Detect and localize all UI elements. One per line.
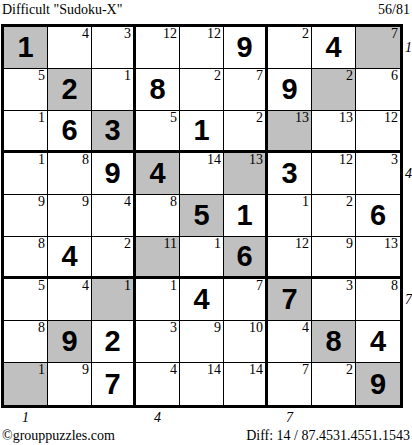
cell-r8c9[interactable]: 4 xyxy=(356,321,400,363)
cell-r4c4[interactable]: 4 xyxy=(136,153,180,195)
cell-r5c9[interactable]: 6 xyxy=(356,195,400,237)
cell-r4c9[interactable]: 3 xyxy=(356,153,400,195)
cell-r4c5[interactable]: 14 xyxy=(180,153,224,195)
cell-r8c7[interactable]: 4 xyxy=(268,321,312,363)
cell-r1c4[interactable]: 12 xyxy=(136,27,180,69)
sudoku-board: 1431212924752182792616351213131218941413… xyxy=(1,24,403,408)
cell-r2c3[interactable]: 1 xyxy=(92,69,136,111)
cell-r9c5[interactable]: 14 xyxy=(180,363,224,405)
cell-r6c6[interactable]: 6 xyxy=(224,237,268,279)
cell-r8c1[interactable]: 8 xyxy=(4,321,48,363)
cell-r7c5[interactable]: 4 xyxy=(180,279,224,321)
digit: 9 xyxy=(356,363,400,405)
cell-r9c6[interactable]: 14 xyxy=(224,363,268,405)
step-number: 3 xyxy=(346,278,353,294)
cell-r4c2[interactable]: 8 xyxy=(48,153,92,195)
step-number: 12 xyxy=(295,236,309,252)
step-number: 2 xyxy=(302,26,309,42)
cell-r7c6[interactable]: 7 xyxy=(224,279,268,321)
digit: 6 xyxy=(224,237,265,276)
step-number: 12 xyxy=(339,152,353,168)
cell-r9c8[interactable]: 2 xyxy=(312,363,356,405)
cell-r1c9[interactable]: 7 xyxy=(356,27,400,69)
cell-r7c8[interactable]: 3 xyxy=(312,279,356,321)
step-number: 7 xyxy=(391,26,398,42)
row-label-4: 4 xyxy=(405,166,412,182)
cell-r6c8[interactable]: 9 xyxy=(312,237,356,279)
digit: 5 xyxy=(180,195,223,236)
step-number: 4 xyxy=(82,278,89,294)
cell-r8c5[interactable]: 9 xyxy=(180,321,224,363)
digit: 4 xyxy=(136,153,179,194)
cell-r5c3[interactable]: 4 xyxy=(92,195,136,237)
step-number: 8 xyxy=(170,194,177,210)
digit: 4 xyxy=(180,279,223,320)
step-number: 4 xyxy=(302,320,309,336)
step-number: 1 xyxy=(38,152,45,168)
row-label-1: 1 xyxy=(405,40,412,56)
step-number: 1 xyxy=(170,278,177,294)
cell-r3c8[interactable]: 13 xyxy=(312,111,356,153)
step-number: 2 xyxy=(124,236,131,252)
step-number: 3 xyxy=(124,26,131,42)
cell-r8c3[interactable]: 2 xyxy=(92,321,136,363)
cell-r2c4[interactable]: 8 xyxy=(136,69,180,111)
cell-r6c1[interactable]: 8 xyxy=(4,237,48,279)
cell-r7c9[interactable]: 8 xyxy=(356,279,400,321)
digit: 9 xyxy=(48,321,91,362)
step-number: 2 xyxy=(214,68,221,84)
step-number: 2 xyxy=(346,68,353,84)
digit: 8 xyxy=(136,69,179,110)
step-number: 1 xyxy=(302,194,309,210)
cell-r4c1[interactable]: 1 xyxy=(4,153,48,195)
digit: 4 xyxy=(356,321,400,362)
cell-r7c2[interactable]: 4 xyxy=(48,279,92,321)
step-number: 7 xyxy=(302,362,309,378)
difficulty-text: Diff: 14 / 87.4531.4551.1543 xyxy=(246,427,410,444)
cell-r7c7[interactable]: 7 xyxy=(268,279,312,321)
digit: 3 xyxy=(268,153,311,194)
step-number: 2 xyxy=(346,362,353,378)
cell-r3c9[interactable]: 12 xyxy=(356,111,400,153)
digit: 9 xyxy=(268,69,311,110)
puzzle-title: Difficult "Sudoku-X" xyxy=(2,1,122,19)
step-number: 3 xyxy=(170,320,177,336)
cell-r3c7[interactable]: 13 xyxy=(268,111,312,153)
cell-r8c4[interactable]: 3 xyxy=(136,321,180,363)
digit: 1 xyxy=(4,27,47,68)
copyright-text: ©grouppuzzles.com xyxy=(2,427,115,444)
digit: 4 xyxy=(312,27,355,68)
digit: 6 xyxy=(356,195,400,236)
cell-r5c8[interactable]: 2 xyxy=(312,195,356,237)
step-number: 9 xyxy=(346,236,353,252)
cell-r3c6[interactable]: 2 xyxy=(224,111,268,153)
cell-r1c7[interactable]: 2 xyxy=(268,27,312,69)
step-number: 1 xyxy=(38,110,45,126)
cell-r9c1[interactable]: 1 xyxy=(4,363,48,405)
step-number: 1 xyxy=(38,362,45,378)
cell-r6c9[interactable]: 13 xyxy=(356,237,400,279)
header: Difficult "Sudoku-X" 56/81 xyxy=(2,1,410,19)
cell-r8c8[interactable]: 8 xyxy=(312,321,356,363)
step-number: 5 xyxy=(38,68,45,84)
cell-r8c6[interactable]: 10 xyxy=(224,321,268,363)
col-label-7: 7 xyxy=(286,410,293,425)
step-number: 12 xyxy=(384,110,398,126)
page: Difficult "Sudoku-X" 56/81 1431212924752… xyxy=(0,0,412,445)
step-number: 2 xyxy=(256,110,263,126)
cell-r5c1[interactable]: 9 xyxy=(4,195,48,237)
cell-r2c2[interactable]: 2 xyxy=(48,69,92,111)
step-number: 7 xyxy=(256,68,263,84)
digit: 6 xyxy=(48,111,91,150)
cell-r7c3[interactable]: 1 xyxy=(92,279,136,321)
step-number: 9 xyxy=(214,320,221,336)
step-number: 1 xyxy=(214,236,221,252)
cell-r6c5[interactable]: 1 xyxy=(180,237,224,279)
cell-r2c6[interactable]: 7 xyxy=(224,69,268,111)
step-number: 8 xyxy=(82,152,89,168)
cell-r9c7[interactable]: 7 xyxy=(268,363,312,405)
cell-r4c8[interactable]: 12 xyxy=(312,153,356,195)
cell-r1c8[interactable]: 4 xyxy=(312,27,356,69)
step-number: 14 xyxy=(207,362,221,378)
cell-r1c3[interactable]: 3 xyxy=(92,27,136,69)
step-number: 4 xyxy=(82,26,89,42)
step-number: 14 xyxy=(249,362,263,378)
cell-r3c3[interactable]: 3 xyxy=(92,111,136,153)
step-number: 9 xyxy=(82,194,89,210)
step-number: 8 xyxy=(38,320,45,336)
step-number: 5 xyxy=(170,110,177,126)
footer: ©grouppuzzles.com Diff: 14 / 87.4531.455… xyxy=(2,427,410,444)
cell-r6c2[interactable]: 4 xyxy=(48,237,92,279)
step-number: 4 xyxy=(170,362,177,378)
cell-r1c2[interactable]: 4 xyxy=(48,27,92,69)
cell-r6c4[interactable]: 11 xyxy=(136,237,180,279)
step-number: 8 xyxy=(391,278,398,294)
cell-r2c8[interactable]: 2 xyxy=(312,69,356,111)
digit: 9 xyxy=(92,153,133,194)
cell-r9c4[interactable]: 4 xyxy=(136,363,180,405)
cell-r7c4[interactable]: 1 xyxy=(136,279,180,321)
cell-r5c2[interactable]: 9 xyxy=(48,195,92,237)
cell-r3c5[interactable]: 1 xyxy=(180,111,224,153)
digit: 9 xyxy=(224,27,265,68)
cell-r5c7[interactable]: 1 xyxy=(268,195,312,237)
digit: 2 xyxy=(48,69,91,110)
cell-r8c2[interactable]: 9 xyxy=(48,321,92,363)
cell-r9c2[interactable]: 9 xyxy=(48,363,92,405)
cell-r2c9[interactable]: 6 xyxy=(356,69,400,111)
step-number: 1 xyxy=(124,278,131,294)
step-number: 12 xyxy=(207,26,221,42)
cell-r3c4[interactable]: 5 xyxy=(136,111,180,153)
step-number: 13 xyxy=(384,236,398,252)
step-number: 13 xyxy=(249,152,263,168)
step-number: 11 xyxy=(164,236,177,252)
col-labels: 147 xyxy=(1,409,403,426)
remaining-counter: 56/81 xyxy=(378,1,410,19)
step-number: 4 xyxy=(124,194,131,210)
cell-r4c7[interactable]: 3 xyxy=(268,153,312,195)
cell-r9c3[interactable]: 7 xyxy=(92,363,136,405)
digit: 1 xyxy=(180,111,223,150)
row-label-7: 7 xyxy=(405,292,412,308)
cell-r3c1[interactable]: 1 xyxy=(4,111,48,153)
step-number: 13 xyxy=(339,110,353,126)
cell-r7c1[interactable]: 5 xyxy=(4,279,48,321)
cell-r9c9[interactable]: 9 xyxy=(356,363,400,405)
row-labels: 147 xyxy=(404,24,412,408)
cell-r5c5[interactable]: 5 xyxy=(180,195,224,237)
step-number: 7 xyxy=(256,278,263,294)
digit: 8 xyxy=(312,321,355,362)
step-number: 13 xyxy=(295,110,309,126)
step-number: 12 xyxy=(163,26,177,42)
cell-r6c3[interactable]: 2 xyxy=(92,237,136,279)
digit: 1 xyxy=(224,195,265,236)
cell-r4c3[interactable]: 9 xyxy=(92,153,136,195)
digit: 4 xyxy=(48,237,91,276)
cell-r4c6[interactable]: 13 xyxy=(224,153,268,195)
step-number: 9 xyxy=(82,362,89,378)
cell-r2c7[interactable]: 9 xyxy=(268,69,312,111)
col-label-1: 1 xyxy=(22,410,29,425)
cell-r1c1[interactable]: 1 xyxy=(4,27,48,69)
col-label-4: 4 xyxy=(154,410,161,425)
step-number: 10 xyxy=(249,320,263,336)
step-number: 2 xyxy=(346,194,353,210)
step-number: 14 xyxy=(207,152,221,168)
digit: 7 xyxy=(92,363,133,405)
step-number: 8 xyxy=(38,236,45,252)
cell-r5c4[interactable]: 8 xyxy=(136,195,180,237)
step-number: 9 xyxy=(38,194,45,210)
step-number: 1 xyxy=(124,68,131,84)
cell-r1c6[interactable]: 9 xyxy=(224,27,268,69)
digit: 3 xyxy=(92,111,133,150)
digit: 2 xyxy=(92,321,133,362)
cell-r2c1[interactable]: 5 xyxy=(4,69,48,111)
step-number: 6 xyxy=(391,68,398,84)
cell-r2c5[interactable]: 2 xyxy=(180,69,224,111)
cell-r6c7[interactable]: 12 xyxy=(268,237,312,279)
cell-r3c2[interactable]: 6 xyxy=(48,111,92,153)
cell-r5c6[interactable]: 1 xyxy=(224,195,268,237)
step-number: 5 xyxy=(38,278,45,294)
step-number: 3 xyxy=(391,152,398,168)
digit: 7 xyxy=(268,279,311,320)
cell-r1c5[interactable]: 12 xyxy=(180,27,224,69)
